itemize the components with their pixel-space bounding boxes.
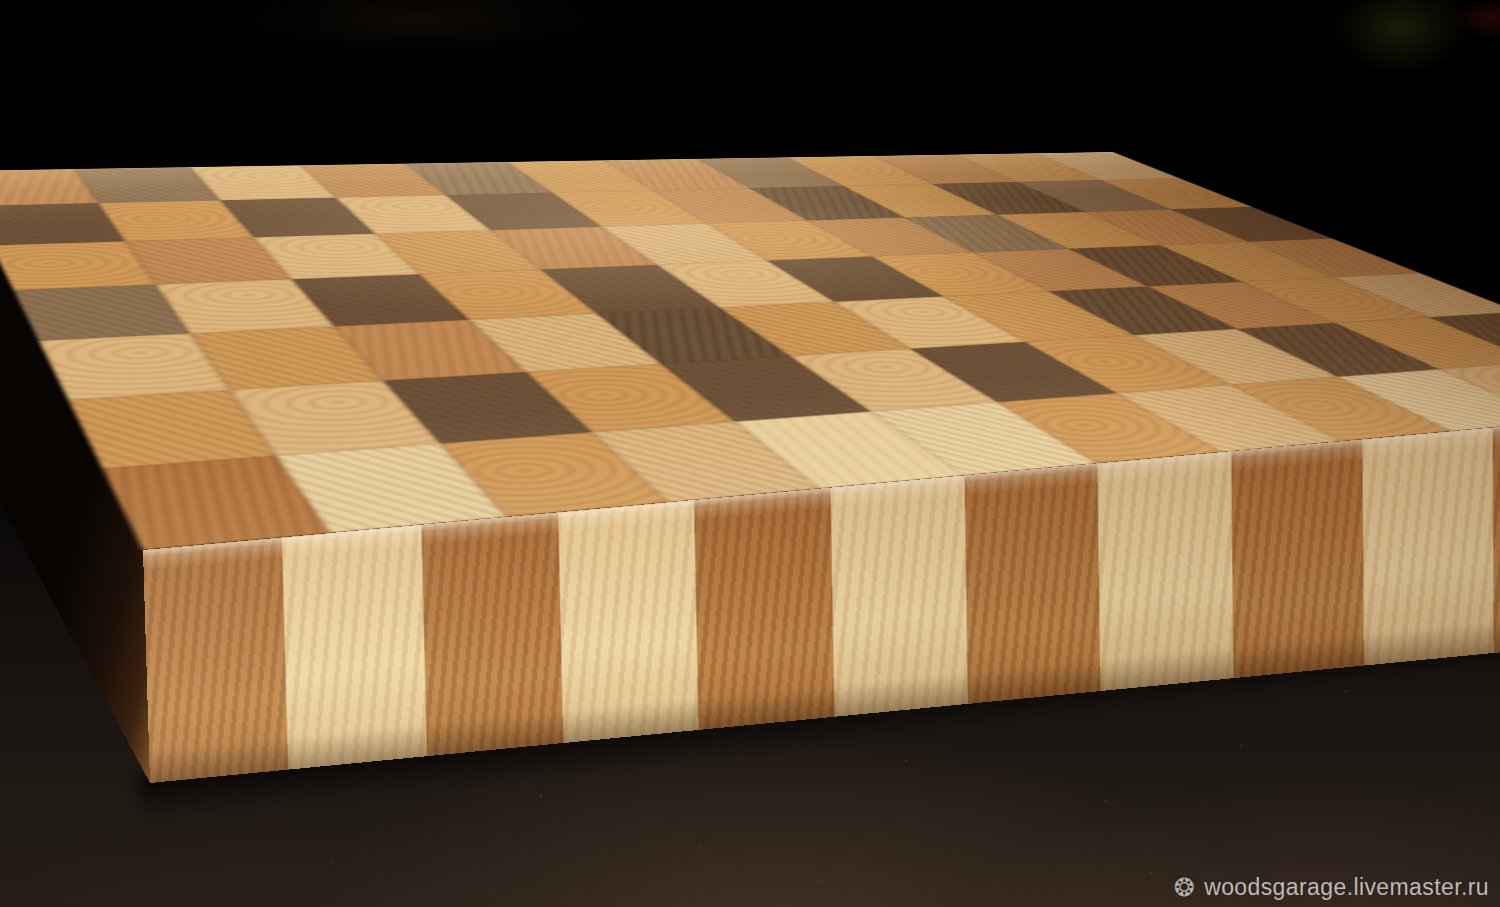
front-stripe [558,500,699,743]
floor-dust-specks [0,0,2,2]
front-stripe [282,525,426,770]
watermark: ❂ woodsgarage.livemaster.ru [1174,874,1489,901]
starburst-icon: ❂ [1174,875,1195,900]
watermark-text: woodsgarage.livemaster.ru [1204,874,1489,901]
front-stripe [695,488,834,730]
front-stripe [1098,451,1233,691]
front-stripe [143,537,289,783]
front-stripe [1493,416,1500,653]
front-stripe [965,463,1101,704]
front-stripe [421,512,564,756]
photo-scene: ❂ woodsgarage.livemaster.ru [0,0,1500,907]
front-stripe [830,475,968,716]
front-stripe [1231,439,1364,678]
front-stripe [1362,427,1494,665]
